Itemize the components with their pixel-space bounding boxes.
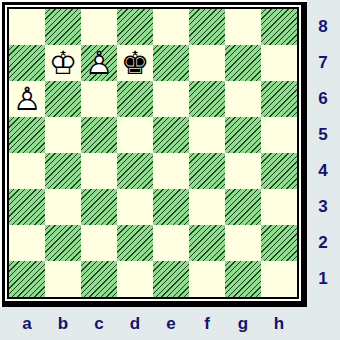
square-d7[interactable]: ♚ [117, 45, 153, 81]
square-f3[interactable] [189, 189, 225, 225]
square-c5[interactable] [81, 117, 117, 153]
rank-label-6: 6 [309, 81, 337, 117]
square-a5[interactable] [9, 117, 45, 153]
file-label-g: g [225, 308, 261, 340]
square-b5[interactable] [45, 117, 81, 153]
rank-label-2: 2 [309, 225, 337, 261]
square-h1[interactable] [261, 261, 297, 297]
square-g4[interactable] [225, 153, 261, 189]
square-f6[interactable] [189, 81, 225, 117]
square-d6[interactable] [117, 81, 153, 117]
white-king[interactable]: ♚♔ [45, 45, 81, 81]
square-e5[interactable] [153, 117, 189, 153]
square-g8[interactable] [225, 9, 261, 45]
square-h5[interactable] [261, 117, 297, 153]
rank-label-1: 1 [309, 261, 337, 297]
square-d1[interactable] [117, 261, 153, 297]
square-b3[interactable] [45, 189, 81, 225]
square-a3[interactable] [9, 189, 45, 225]
square-a8[interactable] [9, 9, 45, 45]
square-c8[interactable] [81, 9, 117, 45]
square-b6[interactable] [45, 81, 81, 117]
square-a2[interactable] [9, 225, 45, 261]
rank-label-7: 7 [309, 45, 337, 81]
black-king-glyph: ♚ [117, 45, 153, 81]
square-f1[interactable] [189, 261, 225, 297]
file-label-f: f [189, 308, 225, 340]
white-pawn-outline: ♙ [81, 45, 117, 81]
white-pawn[interactable]: ♟♙ [81, 45, 117, 81]
rank-label-4: 4 [309, 153, 337, 189]
square-f8[interactable] [189, 9, 225, 45]
white-pawn[interactable]: ♟♙ [9, 81, 45, 117]
square-d5[interactable] [117, 117, 153, 153]
file-label-h: h [261, 308, 297, 340]
square-h2[interactable] [261, 225, 297, 261]
rank-label-3: 3 [309, 189, 337, 225]
rank-label-5: 5 [309, 117, 337, 153]
square-d2[interactable] [117, 225, 153, 261]
square-d3[interactable] [117, 189, 153, 225]
white-king-outline: ♔ [45, 45, 81, 81]
square-f2[interactable] [189, 225, 225, 261]
square-e7[interactable] [153, 45, 189, 81]
square-g6[interactable] [225, 81, 261, 117]
square-c7[interactable]: ♟♙ [81, 45, 117, 81]
square-a7[interactable] [9, 45, 45, 81]
square-h6[interactable] [261, 81, 297, 117]
square-g3[interactable] [225, 189, 261, 225]
square-g1[interactable] [225, 261, 261, 297]
square-d8[interactable] [117, 9, 153, 45]
white-pawn-outline: ♙ [9, 81, 45, 117]
square-b4[interactable] [45, 153, 81, 189]
square-c1[interactable] [81, 261, 117, 297]
square-a1[interactable] [9, 261, 45, 297]
square-h3[interactable] [261, 189, 297, 225]
square-b2[interactable] [45, 225, 81, 261]
square-b8[interactable] [45, 9, 81, 45]
black-king[interactable]: ♚ [117, 45, 153, 81]
square-c3[interactable] [81, 189, 117, 225]
square-h4[interactable] [261, 153, 297, 189]
file-label-e: e [153, 308, 189, 340]
square-e1[interactable] [153, 261, 189, 297]
square-b7[interactable]: ♚♔ [45, 45, 81, 81]
square-g2[interactable] [225, 225, 261, 261]
square-e2[interactable] [153, 225, 189, 261]
file-label-c: c [81, 308, 117, 340]
square-c6[interactable] [81, 81, 117, 117]
square-g7[interactable] [225, 45, 261, 81]
rank-label-8: 8 [309, 9, 337, 45]
square-a4[interactable] [9, 153, 45, 189]
square-e3[interactable] [153, 189, 189, 225]
square-h7[interactable] [261, 45, 297, 81]
square-g5[interactable] [225, 117, 261, 153]
square-e4[interactable] [153, 153, 189, 189]
square-a6[interactable]: ♟♙ [9, 81, 45, 117]
file-label-b: b [45, 308, 81, 340]
board-margin: ♚♔♟♙♚♟♙ [0, 0, 307, 307]
file-label-d: d [117, 308, 153, 340]
square-f5[interactable] [189, 117, 225, 153]
square-f7[interactable] [189, 45, 225, 81]
square-c2[interactable] [81, 225, 117, 261]
square-d4[interactable] [117, 153, 153, 189]
square-e8[interactable] [153, 9, 189, 45]
square-e6[interactable] [153, 81, 189, 117]
board-frame: ♚♔♟♙♚♟♙ [2, 2, 307, 307]
square-h8[interactable] [261, 9, 297, 45]
file-label-a: a [9, 308, 45, 340]
square-c4[interactable] [81, 153, 117, 189]
square-b1[interactable] [45, 261, 81, 297]
chess-board: ♚♔♟♙♚♟♙ [7, 7, 299, 299]
square-f4[interactable] [189, 153, 225, 189]
